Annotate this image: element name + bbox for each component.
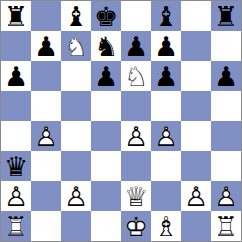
- white-pawn-icon: ♙: [211, 181, 241, 211]
- white-pawn: ♟♙: [211, 181, 241, 211]
- white-pawn-fill: ♟: [121, 121, 151, 151]
- square-c5[interactable]: [61, 91, 91, 121]
- square-b2[interactable]: [31, 181, 61, 211]
- black-pawn: ♟: [31, 31, 61, 61]
- white-pawn-icon: ♙: [1, 181, 31, 211]
- square-h7[interactable]: [211, 31, 241, 61]
- square-b3[interactable]: [31, 151, 61, 181]
- square-c2[interactable]: ♟♙: [61, 181, 91, 211]
- black-pawn-icon: ♟: [151, 31, 181, 61]
- black-bishop-icon: ♝: [151, 1, 181, 31]
- white-pawn: ♟♙: [61, 181, 91, 211]
- white-knight: ♞♘: [61, 31, 91, 61]
- white-pawn-fill: ♟: [1, 181, 31, 211]
- square-c3[interactable]: [61, 151, 91, 181]
- square-b7[interactable]: ♟: [31, 31, 61, 61]
- white-knight-fill: ♞: [121, 61, 151, 91]
- white-pawn-icon: ♙: [121, 121, 151, 151]
- square-b4[interactable]: ♟♙: [31, 121, 61, 151]
- black-pawn-icon: ♟: [121, 31, 151, 61]
- white-king: ♚♔: [121, 211, 151, 241]
- square-e8[interactable]: [121, 1, 151, 31]
- white-queen-icon: ♕: [121, 181, 151, 211]
- square-d3[interactable]: [91, 151, 121, 181]
- square-b1[interactable]: [31, 211, 61, 241]
- black-king: ♚: [91, 1, 121, 31]
- white-knight: ♞♘: [121, 61, 151, 91]
- white-bishop-fill: ♝: [151, 211, 181, 241]
- white-rook-icon: ♖: [1, 211, 31, 241]
- square-a2[interactable]: ♟♙: [1, 181, 31, 211]
- square-f5[interactable]: [151, 91, 181, 121]
- square-f7[interactable]: ♟: [151, 31, 181, 61]
- square-d2[interactable]: [91, 181, 121, 211]
- white-pawn: ♟♙: [181, 181, 211, 211]
- black-pawn: ♟: [91, 61, 121, 91]
- white-pawn: ♟♙: [121, 121, 151, 151]
- square-d1[interactable]: [91, 211, 121, 241]
- white-queen: ♛♕: [121, 181, 151, 211]
- square-h2[interactable]: ♟♙: [211, 181, 241, 211]
- white-rook-fill: ♜: [211, 211, 241, 241]
- black-pawn: ♟: [151, 31, 181, 61]
- white-pawn: ♟♙: [151, 121, 181, 151]
- square-f2[interactable]: [151, 181, 181, 211]
- white-pawn-icon: ♙: [151, 121, 181, 151]
- square-a6[interactable]: ♟: [1, 61, 31, 91]
- black-rook: ♜: [1, 1, 31, 31]
- black-pawn: ♟: [211, 61, 241, 91]
- white-rook-fill: ♜: [1, 211, 31, 241]
- square-g7[interactable]: [181, 31, 211, 61]
- square-b8[interactable]: [31, 1, 61, 31]
- white-pawn-fill: ♟: [151, 121, 181, 151]
- square-h6[interactable]: ♟: [211, 61, 241, 91]
- black-rook-icon: ♜: [1, 1, 31, 31]
- black-knight: ♞: [91, 31, 121, 61]
- white-king-icon: ♔: [121, 211, 151, 241]
- square-e7[interactable]: ♟: [121, 31, 151, 61]
- square-e5[interactable]: [121, 91, 151, 121]
- square-a3[interactable]: ♛: [1, 151, 31, 181]
- square-e2[interactable]: ♛♕: [121, 181, 151, 211]
- white-pawn: ♟♙: [31, 121, 61, 151]
- white-knight-icon: ♘: [61, 31, 91, 61]
- black-bishop: ♝: [61, 1, 91, 31]
- square-c7[interactable]: ♞♘: [61, 31, 91, 61]
- white-pawn-icon: ♙: [181, 181, 211, 211]
- square-g2[interactable]: ♟♙: [181, 181, 211, 211]
- black-pawn-icon: ♟: [211, 61, 241, 91]
- black-pawn-icon: ♟: [31, 31, 61, 61]
- square-d6[interactable]: ♟: [91, 61, 121, 91]
- white-bishop-icon: ♗: [151, 211, 181, 241]
- square-c4[interactable]: [61, 121, 91, 151]
- white-pawn-fill: ♟: [61, 181, 91, 211]
- square-h8[interactable]: ♜: [211, 1, 241, 31]
- white-rook: ♜♖: [1, 211, 31, 241]
- white-pawn-icon: ♙: [61, 181, 91, 211]
- square-e6[interactable]: ♞♘: [121, 61, 151, 91]
- square-g1[interactable]: [181, 211, 211, 241]
- square-f4[interactable]: ♟♙: [151, 121, 181, 151]
- white-pawn-fill: ♟: [31, 121, 61, 151]
- square-d8[interactable]: ♚: [91, 1, 121, 31]
- white-rook: ♜♖: [211, 211, 241, 241]
- black-pawn-icon: ♟: [151, 61, 181, 91]
- square-d5[interactable]: [91, 91, 121, 121]
- black-rook: ♜: [211, 1, 241, 31]
- square-h1[interactable]: ♜♖: [211, 211, 241, 241]
- square-b6[interactable]: [31, 61, 61, 91]
- white-pawn-icon: ♙: [31, 121, 61, 151]
- white-pawn-fill: ♟: [181, 181, 211, 211]
- black-bishop-icon: ♝: [61, 1, 91, 31]
- square-f8[interactable]: ♝: [151, 1, 181, 31]
- white-bishop: ♝♗: [151, 211, 181, 241]
- white-pawn: ♟♙: [1, 181, 31, 211]
- black-knight-icon: ♞: [91, 31, 121, 61]
- square-h5[interactable]: [211, 91, 241, 121]
- white-queen-fill: ♛: [121, 181, 151, 211]
- black-queen: ♛: [1, 151, 31, 181]
- black-pawn: ♟: [121, 31, 151, 61]
- white-knight-fill: ♞: [61, 31, 91, 61]
- square-f1[interactable]: ♝♗: [151, 211, 181, 241]
- square-a8[interactable]: ♜: [1, 1, 31, 31]
- black-rook-icon: ♜: [211, 1, 241, 31]
- square-a4[interactable]: [1, 121, 31, 151]
- square-f6[interactable]: ♟: [151, 61, 181, 91]
- square-c6[interactable]: [61, 61, 91, 91]
- square-d4[interactable]: [91, 121, 121, 151]
- black-bishop: ♝: [151, 1, 181, 31]
- square-d7[interactable]: ♞: [91, 31, 121, 61]
- square-a1[interactable]: ♜♖: [1, 211, 31, 241]
- white-pawn-fill: ♟: [211, 181, 241, 211]
- black-pawn-icon: ♟: [1, 61, 31, 91]
- square-c1[interactable]: [61, 211, 91, 241]
- black-queen-icon: ♛: [1, 151, 31, 181]
- square-a5[interactable]: [1, 91, 31, 121]
- square-h3[interactable]: [211, 151, 241, 181]
- square-f3[interactable]: [151, 151, 181, 181]
- square-c8[interactable]: ♝: [61, 1, 91, 31]
- chess-board: ♜♝♚♝♜♟♞♘♞♟♟♟♟♞♘♟♟♟♙♟♙♟♙♛♟♙♟♙♛♕♟♙♟♙♜♖♚♔♝♗…: [0, 0, 242, 242]
- square-g3[interactable]: [181, 151, 211, 181]
- square-g6[interactable]: [181, 61, 211, 91]
- white-rook-icon: ♖: [211, 211, 241, 241]
- square-e3[interactable]: [121, 151, 151, 181]
- square-g8[interactable]: [181, 1, 211, 31]
- black-king-icon: ♚: [91, 1, 121, 31]
- square-e1[interactable]: ♚♔: [121, 211, 151, 241]
- square-a7[interactable]: [1, 31, 31, 61]
- black-pawn: ♟: [1, 61, 31, 91]
- square-e4[interactable]: ♟♙: [121, 121, 151, 151]
- white-king-fill: ♚: [121, 211, 151, 241]
- square-h4[interactable]: [211, 121, 241, 151]
- square-g4[interactable]: [181, 121, 211, 151]
- white-knight-icon: ♘: [121, 61, 151, 91]
- square-b5[interactable]: [31, 91, 61, 121]
- square-g5[interactable]: [181, 91, 211, 121]
- black-pawn-icon: ♟: [91, 61, 121, 91]
- black-pawn: ♟: [151, 61, 181, 91]
